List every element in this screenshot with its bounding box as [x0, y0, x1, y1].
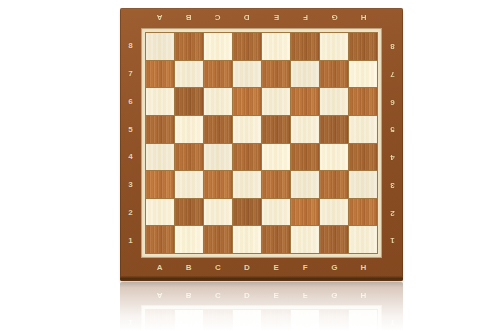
product-photo-scene: ABCDEFGH ABCDEFGH 87654321 87654321 ABCD… — [0, 0, 500, 331]
file-label-top-g: G — [320, 8, 349, 28]
file-label-bottom-d: D — [232, 258, 261, 276]
file-label-bottom-h: H — [349, 258, 378, 276]
rank-label-left-8: 8 — [120, 32, 141, 60]
square-h1 — [349, 226, 377, 253]
square-a4 — [146, 144, 174, 171]
square-g3 — [320, 171, 348, 198]
square-e6 — [262, 88, 290, 115]
square-e5 — [262, 116, 290, 143]
square-h5 — [349, 116, 377, 143]
square-g8 — [320, 33, 348, 60]
rank-label-right-1: 1 — [382, 226, 403, 254]
file-label-bottom-g: G — [320, 258, 349, 276]
rank-label-left-7: 7 — [120, 60, 141, 88]
square-g6 — [320, 88, 348, 115]
square-a5 — [146, 116, 174, 143]
rank-label-right-6: 6 — [382, 88, 403, 116]
rank-labels-right: 87654321 — [382, 32, 403, 254]
square-b5 — [175, 116, 203, 143]
square-b1 — [175, 226, 203, 253]
rank-label-left-5: 5 — [120, 115, 141, 143]
file-label-top-f: F — [291, 8, 320, 28]
rank-label-right-2: 2 — [382, 199, 403, 227]
square-b3 — [175, 171, 203, 198]
square-e3 — [262, 171, 290, 198]
square-f4 — [291, 144, 319, 171]
square-d5 — [233, 116, 261, 143]
square-e7 — [262, 61, 290, 88]
square-c7 — [204, 61, 232, 88]
square-d1 — [233, 226, 261, 253]
rank-label-left-3: 3 — [120, 171, 141, 199]
square-c4 — [204, 144, 232, 171]
square-g4 — [320, 144, 348, 171]
file-label-bottom-a: A — [145, 258, 174, 276]
square-c6 — [204, 88, 232, 115]
square-d8 — [233, 33, 261, 60]
square-a6 — [146, 88, 174, 115]
square-c8 — [204, 33, 232, 60]
square-f1 — [291, 226, 319, 253]
file-label-top-e: E — [262, 8, 291, 28]
square-e2 — [262, 199, 290, 226]
square-g5 — [320, 116, 348, 143]
rank-label-right-3: 3 — [382, 171, 403, 199]
square-g2 — [320, 199, 348, 226]
square-d7 — [233, 61, 261, 88]
file-label-top-d: D — [232, 8, 261, 28]
square-f5 — [291, 116, 319, 143]
square-c3 — [204, 171, 232, 198]
square-f3 — [291, 171, 319, 198]
rank-label-right-4: 4 — [382, 143, 403, 171]
squares-grid — [145, 32, 378, 254]
square-b7 — [175, 61, 203, 88]
square-d6 — [233, 88, 261, 115]
square-h6 — [349, 88, 377, 115]
square-e1 — [262, 226, 290, 253]
square-a1 — [146, 226, 174, 253]
rank-label-right-5: 5 — [382, 115, 403, 143]
square-f8 — [291, 33, 319, 60]
square-f7 — [291, 61, 319, 88]
file-label-top-a: A — [145, 8, 174, 28]
file-labels-bottom: ABCDEFGH — [145, 258, 378, 276]
file-label-bottom-f: F — [291, 258, 320, 276]
square-d4 — [233, 144, 261, 171]
rank-label-left-1: 1 — [120, 226, 141, 254]
square-e8 — [262, 33, 290, 60]
square-a3 — [146, 171, 174, 198]
square-c1 — [204, 226, 232, 253]
square-a8 — [146, 33, 174, 60]
square-g1 — [320, 226, 348, 253]
square-b6 — [175, 88, 203, 115]
square-b2 — [175, 199, 203, 226]
chess-board: ABCDEFGH ABCDEFGH 87654321 87654321 — [120, 8, 403, 281]
square-c5 — [204, 116, 232, 143]
board-reflection: ABCDEFGH ABCDEFGH 87654321 87654321 — [120, 282, 403, 331]
square-f6 — [291, 88, 319, 115]
rank-labels-left: 87654321 — [120, 32, 141, 254]
square-b8 — [175, 33, 203, 60]
rank-label-left-4: 4 — [120, 143, 141, 171]
rank-label-right-8: 8 — [382, 32, 403, 60]
square-h3 — [349, 171, 377, 198]
file-label-bottom-b: B — [174, 258, 203, 276]
square-f2 — [291, 199, 319, 226]
square-h7 — [349, 61, 377, 88]
file-label-top-h: H — [349, 8, 378, 28]
maple-border-panel — [141, 28, 382, 258]
square-d3 — [233, 171, 261, 198]
square-e4 — [262, 144, 290, 171]
rank-label-right-7: 7 — [382, 60, 403, 88]
file-label-bottom-e: E — [262, 258, 291, 276]
square-h8 — [349, 33, 377, 60]
square-h4 — [349, 144, 377, 171]
square-a7 — [146, 61, 174, 88]
rank-label-left-2: 2 — [120, 199, 141, 227]
file-labels-top: ABCDEFGH — [145, 8, 378, 28]
square-g7 — [320, 61, 348, 88]
file-label-top-b: B — [174, 8, 203, 28]
square-d2 — [233, 199, 261, 226]
file-label-bottom-c: C — [203, 258, 232, 276]
rank-label-left-6: 6 — [120, 88, 141, 116]
square-b4 — [175, 144, 203, 171]
file-label-top-c: C — [203, 8, 232, 28]
square-c2 — [204, 199, 232, 226]
square-h2 — [349, 199, 377, 226]
square-a2 — [146, 199, 174, 226]
